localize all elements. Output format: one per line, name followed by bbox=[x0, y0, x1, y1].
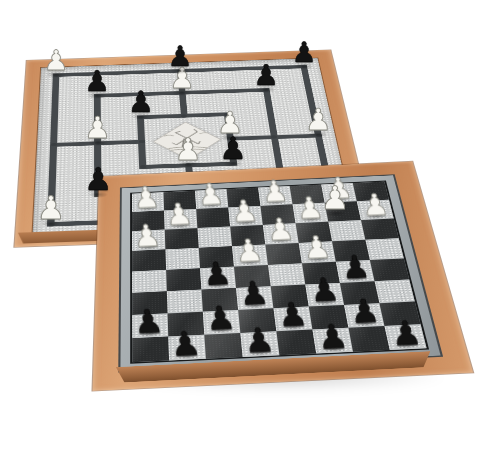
white-pawn: ♟ bbox=[125, 220, 168, 252]
black-pawn: ♟ bbox=[162, 326, 210, 362]
chess-silver-border: ♟♟♟♟♟♟♟♟♟♟♟♟♟♟♟♟♟♟♟♟♟♟♟♟ bbox=[118, 174, 443, 372]
square-h1: ♟ bbox=[385, 324, 427, 350]
square-e8: ♟ bbox=[258, 186, 292, 206]
square-d7: ♟ bbox=[228, 206, 263, 227]
square-b1: ♟ bbox=[168, 335, 206, 361]
square-a6: ♟ bbox=[132, 230, 165, 251]
square-d1: ♟ bbox=[240, 331, 279, 357]
white-pawn: ♟ bbox=[295, 231, 339, 264]
chess-board: ♟♟♟♟♟♟♟♟♟♟♟♟♟♟♟♟♟♟♟♟♟♟♟♟ bbox=[74, 86, 461, 445]
square-e4 bbox=[268, 263, 305, 286]
chess-grid: ♟♟♟♟♟♟♟♟♟♟♟♟♟♟♟♟♟♟♟♟♟♟♟♟ bbox=[130, 180, 429, 363]
square-d5: ♟ bbox=[232, 245, 268, 267]
square-f1: ♟ bbox=[312, 328, 353, 354]
square-c2: ♟ bbox=[203, 310, 241, 335]
morris-point-marker bbox=[301, 65, 307, 68]
black-pawn: ♟ bbox=[235, 322, 283, 358]
square-a5 bbox=[132, 249, 166, 271]
square-f5: ♟ bbox=[299, 241, 336, 263]
square-b7: ♟ bbox=[164, 209, 197, 230]
white-pawn: ♟ bbox=[354, 189, 396, 221]
black-pawn: ♟ bbox=[309, 319, 357, 355]
square-d3: ♟ bbox=[236, 286, 273, 310]
square-h7: ♟ bbox=[357, 200, 394, 220]
square-a4 bbox=[132, 270, 167, 293]
black-pawn: ♟ bbox=[382, 315, 430, 351]
square-b6 bbox=[165, 228, 199, 249]
square-e6: ♟ bbox=[263, 223, 299, 244]
product-photo-scene: ♟♟♟♟♟♟♟♟♟♟♟♟♟♟♟♟♟♟♟♟♟♟♟♟ ♟♟♟♟♟♟♟♟♟♟♟♟♟♟♟ bbox=[0, 0, 500, 460]
square-h6 bbox=[361, 219, 399, 240]
